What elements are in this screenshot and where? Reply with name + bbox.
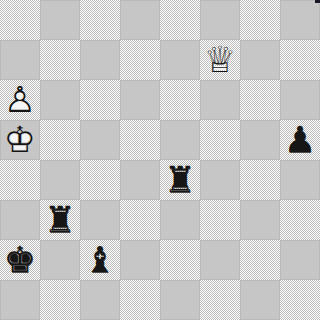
square-a4[interactable]: [0, 160, 40, 200]
square-e6[interactable]: [160, 80, 200, 120]
piece-black-pawn[interactable]: ♟: [280, 120, 320, 160]
square-c3[interactable]: [80, 200, 120, 240]
square-h6[interactable]: [280, 80, 320, 120]
square-f7[interactable]: ♛♕: [200, 40, 240, 80]
black-rook-icon: ♜: [160, 160, 200, 200]
square-f2[interactable]: [200, 240, 240, 280]
square-a1[interactable]: [0, 280, 40, 320]
square-b3[interactable]: ♜: [40, 200, 80, 240]
chess-board: ♛♕♟♙♚♔♟♜♜♚♝: [0, 0, 320, 320]
square-c7[interactable]: [80, 40, 120, 80]
white-queen-icon: ♕: [200, 40, 240, 80]
square-f5[interactable]: [200, 120, 240, 160]
square-f4[interactable]: [200, 160, 240, 200]
square-c5[interactable]: [80, 120, 120, 160]
chess-board-wrapper: ♛♕♟♙♚♔♟♜♜♚♝: [0, 0, 320, 320]
white-king-icon: ♔: [0, 120, 40, 160]
square-b6[interactable]: [40, 80, 80, 120]
piece-black-bishop[interactable]: ♝: [80, 240, 120, 280]
white-pawn-icon: ♙: [0, 80, 40, 120]
square-e7[interactable]: [160, 40, 200, 80]
square-d7[interactable]: [120, 40, 160, 80]
square-a3[interactable]: [0, 200, 40, 240]
square-h8[interactable]: [280, 0, 320, 40]
square-b5[interactable]: [40, 120, 80, 160]
piece-black-rook[interactable]: ♜: [160, 160, 200, 200]
square-c1[interactable]: [80, 280, 120, 320]
square-a7[interactable]: [0, 40, 40, 80]
square-h1[interactable]: [280, 280, 320, 320]
square-g3[interactable]: [240, 200, 280, 240]
square-g4[interactable]: [240, 160, 280, 200]
square-b4[interactable]: [40, 160, 80, 200]
square-d1[interactable]: [120, 280, 160, 320]
square-b1[interactable]: [40, 280, 80, 320]
black-bishop-icon: ♝: [80, 240, 120, 280]
square-a5[interactable]: ♚♔: [0, 120, 40, 160]
black-king-icon: ♚: [0, 240, 40, 280]
square-g2[interactable]: [240, 240, 280, 280]
square-c4[interactable]: [80, 160, 120, 200]
square-a8[interactable]: [0, 0, 40, 40]
square-a2[interactable]: ♚: [0, 240, 40, 280]
square-d5[interactable]: [120, 120, 160, 160]
square-e3[interactable]: [160, 200, 200, 240]
black-rook-icon: ♜: [40, 200, 80, 240]
square-g6[interactable]: [240, 80, 280, 120]
square-e1[interactable]: [160, 280, 200, 320]
square-f3[interactable]: [200, 200, 240, 240]
square-e8[interactable]: [160, 0, 200, 40]
screen-corner-artifact: [315, 0, 320, 3]
square-f1[interactable]: [200, 280, 240, 320]
square-h2[interactable]: [280, 240, 320, 280]
square-d2[interactable]: [120, 240, 160, 280]
black-pawn-icon: ♟: [280, 120, 320, 160]
square-f6[interactable]: [200, 80, 240, 120]
piece-white-queen[interactable]: ♛♕: [200, 40, 240, 80]
square-d6[interactable]: [120, 80, 160, 120]
square-e2[interactable]: [160, 240, 200, 280]
square-c2[interactable]: ♝: [80, 240, 120, 280]
square-b2[interactable]: [40, 240, 80, 280]
square-g5[interactable]: [240, 120, 280, 160]
square-g8[interactable]: [240, 0, 280, 40]
square-a6[interactable]: ♟♙: [0, 80, 40, 120]
square-f8[interactable]: [200, 0, 240, 40]
square-h3[interactable]: [280, 200, 320, 240]
piece-white-king[interactable]: ♚♔: [0, 120, 40, 160]
piece-black-rook[interactable]: ♜: [40, 200, 80, 240]
square-e5[interactable]: [160, 120, 200, 160]
square-b8[interactable]: [40, 0, 80, 40]
square-h4[interactable]: [280, 160, 320, 200]
square-d3[interactable]: [120, 200, 160, 240]
square-c8[interactable]: [80, 0, 120, 40]
square-h7[interactable]: [280, 40, 320, 80]
square-d8[interactable]: [120, 0, 160, 40]
square-e4[interactable]: ♜: [160, 160, 200, 200]
piece-black-king[interactable]: ♚: [0, 240, 40, 280]
square-b7[interactable]: [40, 40, 80, 80]
piece-white-pawn[interactable]: ♟♙: [0, 80, 40, 120]
square-g1[interactable]: [240, 280, 280, 320]
square-g7[interactable]: [240, 40, 280, 80]
square-c6[interactable]: [80, 80, 120, 120]
square-d4[interactable]: [120, 160, 160, 200]
square-h5[interactable]: ♟: [280, 120, 320, 160]
